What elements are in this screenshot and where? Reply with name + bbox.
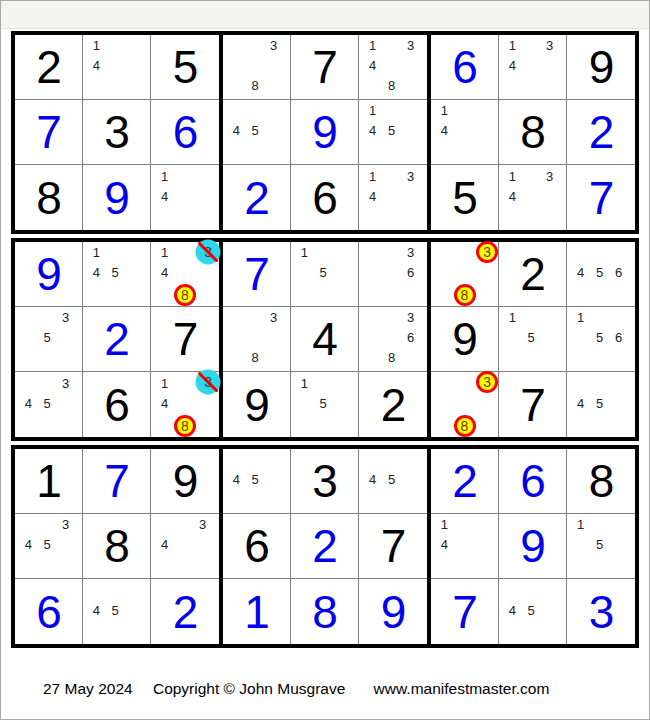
cell-r5c1[interactable]: 35: [15, 307, 83, 372]
pencil-1: 1: [363, 166, 382, 186]
cell-r6c5[interactable]: 15: [291, 372, 359, 437]
pencil-4: 4: [363, 186, 382, 206]
given-digit: 6: [312, 175, 337, 221]
pencil-marks: 38: [227, 308, 283, 367]
solved-digit: 6: [452, 44, 477, 90]
pencil-marks: 345: [19, 373, 75, 433]
cell-r5c6[interactable]: 368: [359, 307, 427, 372]
pencil-1: 1: [571, 515, 590, 535]
pencil-5: 5: [38, 535, 57, 555]
pencil-marks: 14: [435, 515, 491, 574]
pencil-marks: 36: [363, 243, 420, 302]
cell-r1c3[interactable]: 5: [151, 35, 219, 100]
pencil-marks: 15: [503, 308, 559, 367]
cell-r1c1[interactable]: 2: [15, 35, 83, 100]
cell-r7c4[interactable]: 45: [223, 449, 291, 514]
pencil-1: 1: [155, 243, 174, 263]
pencil-3: 3: [540, 36, 559, 56]
given-digit: 6: [104, 382, 129, 428]
pencil-5: 5: [106, 600, 125, 620]
pencil-4: 4: [19, 535, 38, 555]
box-r2c2: 715363843689152: [219, 238, 431, 441]
pencil-3: 3: [401, 243, 420, 263]
pencil-8: 8: [246, 75, 265, 95]
given-digit: 1: [36, 458, 61, 504]
cell-r2c9[interactable]: 2: [567, 100, 635, 165]
candidate-digit: 8: [181, 287, 189, 303]
pencil-1: 1: [155, 373, 174, 393]
cell-r8c2[interactable]: 8: [83, 514, 151, 579]
solved-digit: 1: [244, 589, 269, 635]
pencil-4: 4: [227, 121, 246, 141]
pencil-4: 4: [571, 393, 590, 413]
pencil-1: 1: [363, 36, 382, 56]
cell-r3c2[interactable]: 9: [83, 165, 151, 230]
cell-r2c6[interactable]: 145: [359, 100, 427, 165]
cell-r4c4[interactable]: 7: [223, 242, 291, 307]
pencil-marks: 45: [571, 373, 628, 433]
pencil-5: 5: [382, 121, 401, 141]
box-r1c1: 21457368914: [11, 31, 223, 234]
cell-r4c6[interactable]: 36: [359, 242, 427, 307]
box-r2c3: 38245691515638745: [427, 238, 639, 441]
solved-digit: 9: [312, 109, 337, 155]
solved-digit: 2: [244, 175, 269, 221]
pencil-3: 3: [401, 308, 420, 328]
pencil-6: 6: [609, 328, 628, 348]
cell-r4c7[interactable]: 38: [431, 242, 499, 307]
cell-r3c7[interactable]: 5: [431, 165, 499, 230]
solved-digit: 7: [452, 589, 477, 635]
pencil-4: 4: [155, 186, 174, 206]
pencil-3: 3: [193, 515, 212, 535]
pencil-1: 1: [155, 166, 174, 186]
pencil-1: 1: [435, 515, 454, 535]
sudoku-board: 2145736891438713484591452613461349148251…: [11, 31, 639, 648]
candidate-digit: 8: [461, 287, 469, 303]
pencil-marks: 15: [571, 515, 628, 574]
pencil-3: 3: [401, 36, 420, 56]
candidate-digit: 3: [204, 244, 212, 260]
candidate-digit: 3: [483, 244, 491, 260]
cell-r7c9[interactable]: 8: [567, 449, 635, 514]
cell-r5c4[interactable]: 38: [223, 307, 291, 372]
pencil-marks: 145: [87, 243, 143, 302]
top-margin-strip: [1, 1, 650, 29]
pencil-marks: 45: [227, 101, 283, 160]
pencil-4: 4: [503, 186, 522, 206]
pencil-6: 6: [401, 328, 420, 348]
pencil-marks: 15: [295, 373, 351, 433]
pencil-4: 4: [435, 121, 454, 141]
pencil-5: 5: [246, 121, 265, 141]
box-r3c2: 45345627189: [219, 445, 431, 648]
pencil-marks: 38: [227, 36, 283, 95]
pencil-marks: 45: [87, 580, 143, 640]
pencil-4: 4: [155, 263, 174, 283]
pencil-1: 1: [87, 243, 106, 263]
solved-digit: 9: [36, 251, 61, 297]
pencil-4: 4: [363, 56, 382, 76]
cell-r4c9[interactable]: 456: [567, 242, 635, 307]
given-digit: 3: [312, 458, 337, 504]
cell-r2c4[interactable]: 45: [223, 100, 291, 165]
pencil-marks: 14: [435, 101, 491, 160]
solved-digit: 3: [589, 589, 614, 635]
cell-r1c2[interactable]: 14: [83, 35, 151, 100]
pencil-6: 6: [609, 263, 628, 283]
pencil-marks: 45: [363, 450, 420, 509]
cell-r5c2[interactable]: 2: [83, 307, 151, 372]
cell-r3c5[interactable]: 6: [291, 165, 359, 230]
cell-r7c8[interactable]: 6: [499, 449, 567, 514]
solved-digit: 9: [520, 523, 545, 569]
pencil-1: 1: [87, 36, 106, 56]
pencil-4: 4: [155, 535, 174, 555]
box-r1c3: 61349148251347: [427, 31, 639, 234]
pencil-4: 4: [363, 121, 382, 141]
pencil-5: 5: [590, 263, 609, 283]
pencil-marks: 35: [19, 308, 75, 367]
pencil-3: 3: [264, 36, 283, 56]
cell-r1c7[interactable]: 6: [431, 35, 499, 100]
pencil-4: 4: [363, 470, 382, 490]
band-2: 9145143835273456143871536384368915238245…: [11, 238, 639, 441]
pencil-1: 1: [295, 373, 314, 393]
pencil-marks: 14: [155, 166, 212, 226]
cell-r8c8[interactable]: 9: [499, 514, 567, 579]
cell-r9c1[interactable]: 6: [15, 579, 83, 644]
highlight-candidate-circle-8[interactable]: 8: [174, 284, 196, 306]
pencil-5: 5: [522, 600, 541, 620]
cell-r9c3[interactable]: 2: [151, 579, 219, 644]
pencil-5: 5: [38, 328, 57, 348]
cell-r9c6[interactable]: 9: [359, 579, 427, 644]
footer: 27 May 2024 Copyright © John Musgrave ww…: [43, 680, 549, 698]
candidate-digit: 8: [181, 418, 189, 434]
cell-r4c2[interactable]: 145: [83, 242, 151, 307]
cell-r1c8[interactable]: 134: [499, 35, 567, 100]
footer-website: www.manifestmaster.com: [374, 680, 550, 697]
pencil-marks: 456: [571, 243, 628, 302]
cell-r3c4[interactable]: 2: [223, 165, 291, 230]
given-digit: 2: [381, 382, 406, 428]
cell-r1c4[interactable]: 38: [223, 35, 291, 100]
cell-r5c7[interactable]: 9: [431, 307, 499, 372]
cell-r7c1[interactable]: 1: [15, 449, 83, 514]
cell-r2c7[interactable]: 14: [431, 100, 499, 165]
cell-r6c1[interactable]: 345: [15, 372, 83, 437]
cell-r6c7[interactable]: 38: [431, 372, 499, 437]
given-digit: 8: [36, 175, 61, 221]
cell-r2c3[interactable]: 6: [151, 100, 219, 165]
pencil-1: 1: [503, 166, 522, 186]
pencil-4: 4: [227, 470, 246, 490]
given-digit: 2: [520, 251, 545, 297]
pencil-6: 6: [401, 263, 420, 283]
pencil-4: 4: [155, 393, 174, 413]
cell-r6c2[interactable]: 6: [83, 372, 151, 437]
given-digit: 5: [173, 44, 198, 90]
cell-r7c5[interactable]: 3: [291, 449, 359, 514]
pencil-8: 8: [382, 75, 401, 95]
solved-digit: 2: [104, 316, 129, 362]
pencil-marks: 134: [363, 166, 420, 226]
pencil-1: 1: [503, 308, 522, 328]
pencil-marks: 34: [155, 515, 212, 574]
pencil-8: 8: [246, 347, 265, 367]
cell-r8c3[interactable]: 34: [151, 514, 219, 579]
highlight-candidate-circle-8[interactable]: 8: [174, 415, 196, 437]
solved-digit: 6: [520, 458, 545, 504]
cell-r9c8[interactable]: 45: [499, 579, 567, 644]
cell-r9c7[interactable]: 7: [431, 579, 499, 644]
cell-r1c6[interactable]: 1348: [359, 35, 427, 100]
cell-r6c4[interactable]: 9: [223, 372, 291, 437]
cell-r5c3[interactable]: 7: [151, 307, 219, 372]
pencil-3: 3: [56, 373, 75, 393]
cell-r9c2[interactable]: 45: [83, 579, 151, 644]
highlight-candidate-circle-8[interactable]: 8: [454, 284, 476, 306]
cell-r9c4[interactable]: 1: [223, 579, 291, 644]
pencil-marks: 14: [87, 36, 143, 95]
cell-r9c5[interactable]: 8: [291, 579, 359, 644]
given-digit: 7: [381, 523, 406, 569]
box-r3c1: 1793458346452: [11, 445, 223, 648]
cell-r8c7[interactable]: 14: [431, 514, 499, 579]
cell-r5c8[interactable]: 15: [499, 307, 567, 372]
solved-digit: 6: [36, 589, 61, 635]
pencil-3: 3: [56, 515, 75, 535]
pencil-marks: 45: [227, 450, 283, 509]
given-digit: 9: [244, 382, 269, 428]
given-digit: 7: [520, 382, 545, 428]
solved-digit: 2: [173, 589, 198, 635]
box-r2c1: 91451438352734561438: [11, 238, 223, 441]
pencil-marks: 156: [571, 308, 628, 367]
cell-r8c4[interactable]: 6: [223, 514, 291, 579]
cell-r7c2[interactable]: 7: [83, 449, 151, 514]
cell-r7c7[interactable]: 2: [431, 449, 499, 514]
pencil-4: 4: [435, 535, 454, 555]
solved-digit: 2: [452, 458, 477, 504]
band-1: 2145736891438713484591452613461349148251…: [11, 31, 639, 234]
pencil-1: 1: [571, 308, 590, 328]
pencil-5: 5: [590, 393, 609, 413]
cell-r2c8[interactable]: 8: [499, 100, 567, 165]
highlight-candidate-circle-3[interactable]: 3: [476, 241, 498, 263]
cell-r2c2[interactable]: 3: [83, 100, 151, 165]
pencil-marks: 368: [363, 308, 420, 367]
given-digit: 9: [173, 458, 198, 504]
given-digit: 6: [244, 523, 269, 569]
solved-digit: 2: [589, 109, 614, 155]
given-digit: 8: [520, 109, 545, 155]
cell-r6c8[interactable]: 7: [499, 372, 567, 437]
footer-copyright: Copyright © John Musgrave: [153, 680, 345, 697]
pencil-marks: 145: [363, 101, 420, 160]
cell-r4c8[interactable]: 2: [499, 242, 567, 307]
cell-r3c8[interactable]: 134: [499, 165, 567, 230]
cell-r6c3[interactable]: 1438: [151, 372, 219, 437]
solved-digit: 2: [312, 523, 337, 569]
pencil-5: 5: [246, 470, 265, 490]
pencil-3: 3: [264, 308, 283, 328]
pencil-4: 4: [503, 600, 522, 620]
cell-r6c9[interactable]: 45: [567, 372, 635, 437]
given-digit: 4: [312, 316, 337, 362]
pencil-4: 4: [503, 56, 522, 76]
pencil-1: 1: [295, 243, 314, 263]
candidate-digit: 3: [483, 374, 491, 390]
pencil-5: 5: [38, 393, 57, 413]
cell-r4c3[interactable]: 1438: [151, 242, 219, 307]
cell-r2c1[interactable]: 7: [15, 100, 83, 165]
cell-r4c5[interactable]: 15: [291, 242, 359, 307]
solved-digit: 7: [36, 109, 61, 155]
given-digit: 7: [173, 316, 198, 362]
box-r3c3: 268149157453: [427, 445, 639, 648]
pencil-3: 3: [540, 166, 559, 186]
pencil-5: 5: [590, 535, 609, 555]
pencil-4: 4: [87, 600, 106, 620]
pencil-4: 4: [87, 56, 106, 76]
pencil-1: 1: [435, 101, 454, 121]
given-digit: 7: [312, 44, 337, 90]
pencil-8: 8: [382, 347, 401, 367]
pencil-4: 4: [19, 393, 38, 413]
cell-r1c9[interactable]: 9: [567, 35, 635, 100]
given-digit: 8: [104, 523, 129, 569]
band-3: 179345834645245345627189268149157453: [11, 445, 639, 648]
cell-r1c5[interactable]: 7: [291, 35, 359, 100]
cell-r8c6[interactable]: 7: [359, 514, 427, 579]
solved-digit: 6: [173, 109, 198, 155]
cell-r5c9[interactable]: 156: [567, 307, 635, 372]
pencil-3: 3: [401, 166, 420, 186]
cell-r8c5[interactable]: 2: [291, 514, 359, 579]
given-digit: 9: [452, 316, 477, 362]
cell-r3c1[interactable]: 8: [15, 165, 83, 230]
cell-r3c9[interactable]: 7: [567, 165, 635, 230]
given-digit: 8: [589, 458, 614, 504]
candidate-digit: 8: [461, 418, 469, 434]
pencil-marks: 134: [503, 36, 559, 95]
cell-r8c9[interactable]: 15: [567, 514, 635, 579]
pencil-marks: 345: [19, 515, 75, 574]
highlight-candidate-circle-8[interactable]: 8: [454, 415, 476, 437]
pencil-marks: 1348: [363, 36, 420, 95]
cell-r3c6[interactable]: 134: [359, 165, 427, 230]
given-digit: 5: [452, 175, 477, 221]
pencil-5: 5: [382, 470, 401, 490]
box-r1c2: 387134845914526134: [219, 31, 431, 234]
pencil-4: 4: [87, 263, 106, 283]
highlight-candidate-circle-3[interactable]: 3: [476, 371, 498, 393]
pencil-5: 5: [314, 263, 333, 283]
given-digit: 9: [589, 44, 614, 90]
cell-r6c6[interactable]: 2: [359, 372, 427, 437]
given-digit: 3: [104, 109, 129, 155]
pencil-1: 1: [363, 101, 382, 121]
cell-r3c3[interactable]: 14: [151, 165, 219, 230]
pencil-5: 5: [590, 328, 609, 348]
candidate-digit: 3: [204, 374, 212, 390]
cell-r2c5[interactable]: 9: [291, 100, 359, 165]
pencil-3: 3: [56, 308, 75, 328]
pencil-marks: 134: [503, 166, 559, 226]
solved-digit: 9: [104, 175, 129, 221]
footer-date: 27 May 2024: [43, 680, 133, 697]
cell-r9c9[interactable]: 3: [567, 579, 635, 644]
eliminated-candidate-circle-3[interactable]: 3: [196, 239, 221, 264]
solved-digit: 7: [104, 458, 129, 504]
pencil-5: 5: [314, 393, 333, 413]
eliminated-candidate-circle-3[interactable]: 3: [196, 369, 221, 394]
pencil-marks: 45: [503, 580, 559, 640]
solved-digit: 8: [312, 589, 337, 635]
cell-r4c1[interactable]: 9: [15, 242, 83, 307]
cell-r8c1[interactable]: 345: [15, 514, 83, 579]
pencil-4: 4: [571, 263, 590, 283]
cell-r7c6[interactable]: 45: [359, 449, 427, 514]
pencil-5: 5: [522, 328, 541, 348]
cell-r5c5[interactable]: 4: [291, 307, 359, 372]
solved-digit: 7: [589, 175, 614, 221]
pencil-5: 5: [106, 263, 125, 283]
solved-digit: 9: [381, 589, 406, 635]
cell-r7c3[interactable]: 9: [151, 449, 219, 514]
solved-digit: 7: [244, 251, 269, 297]
pencil-1: 1: [503, 36, 522, 56]
given-digit: 2: [36, 44, 61, 90]
pencil-marks: 15: [295, 243, 351, 302]
